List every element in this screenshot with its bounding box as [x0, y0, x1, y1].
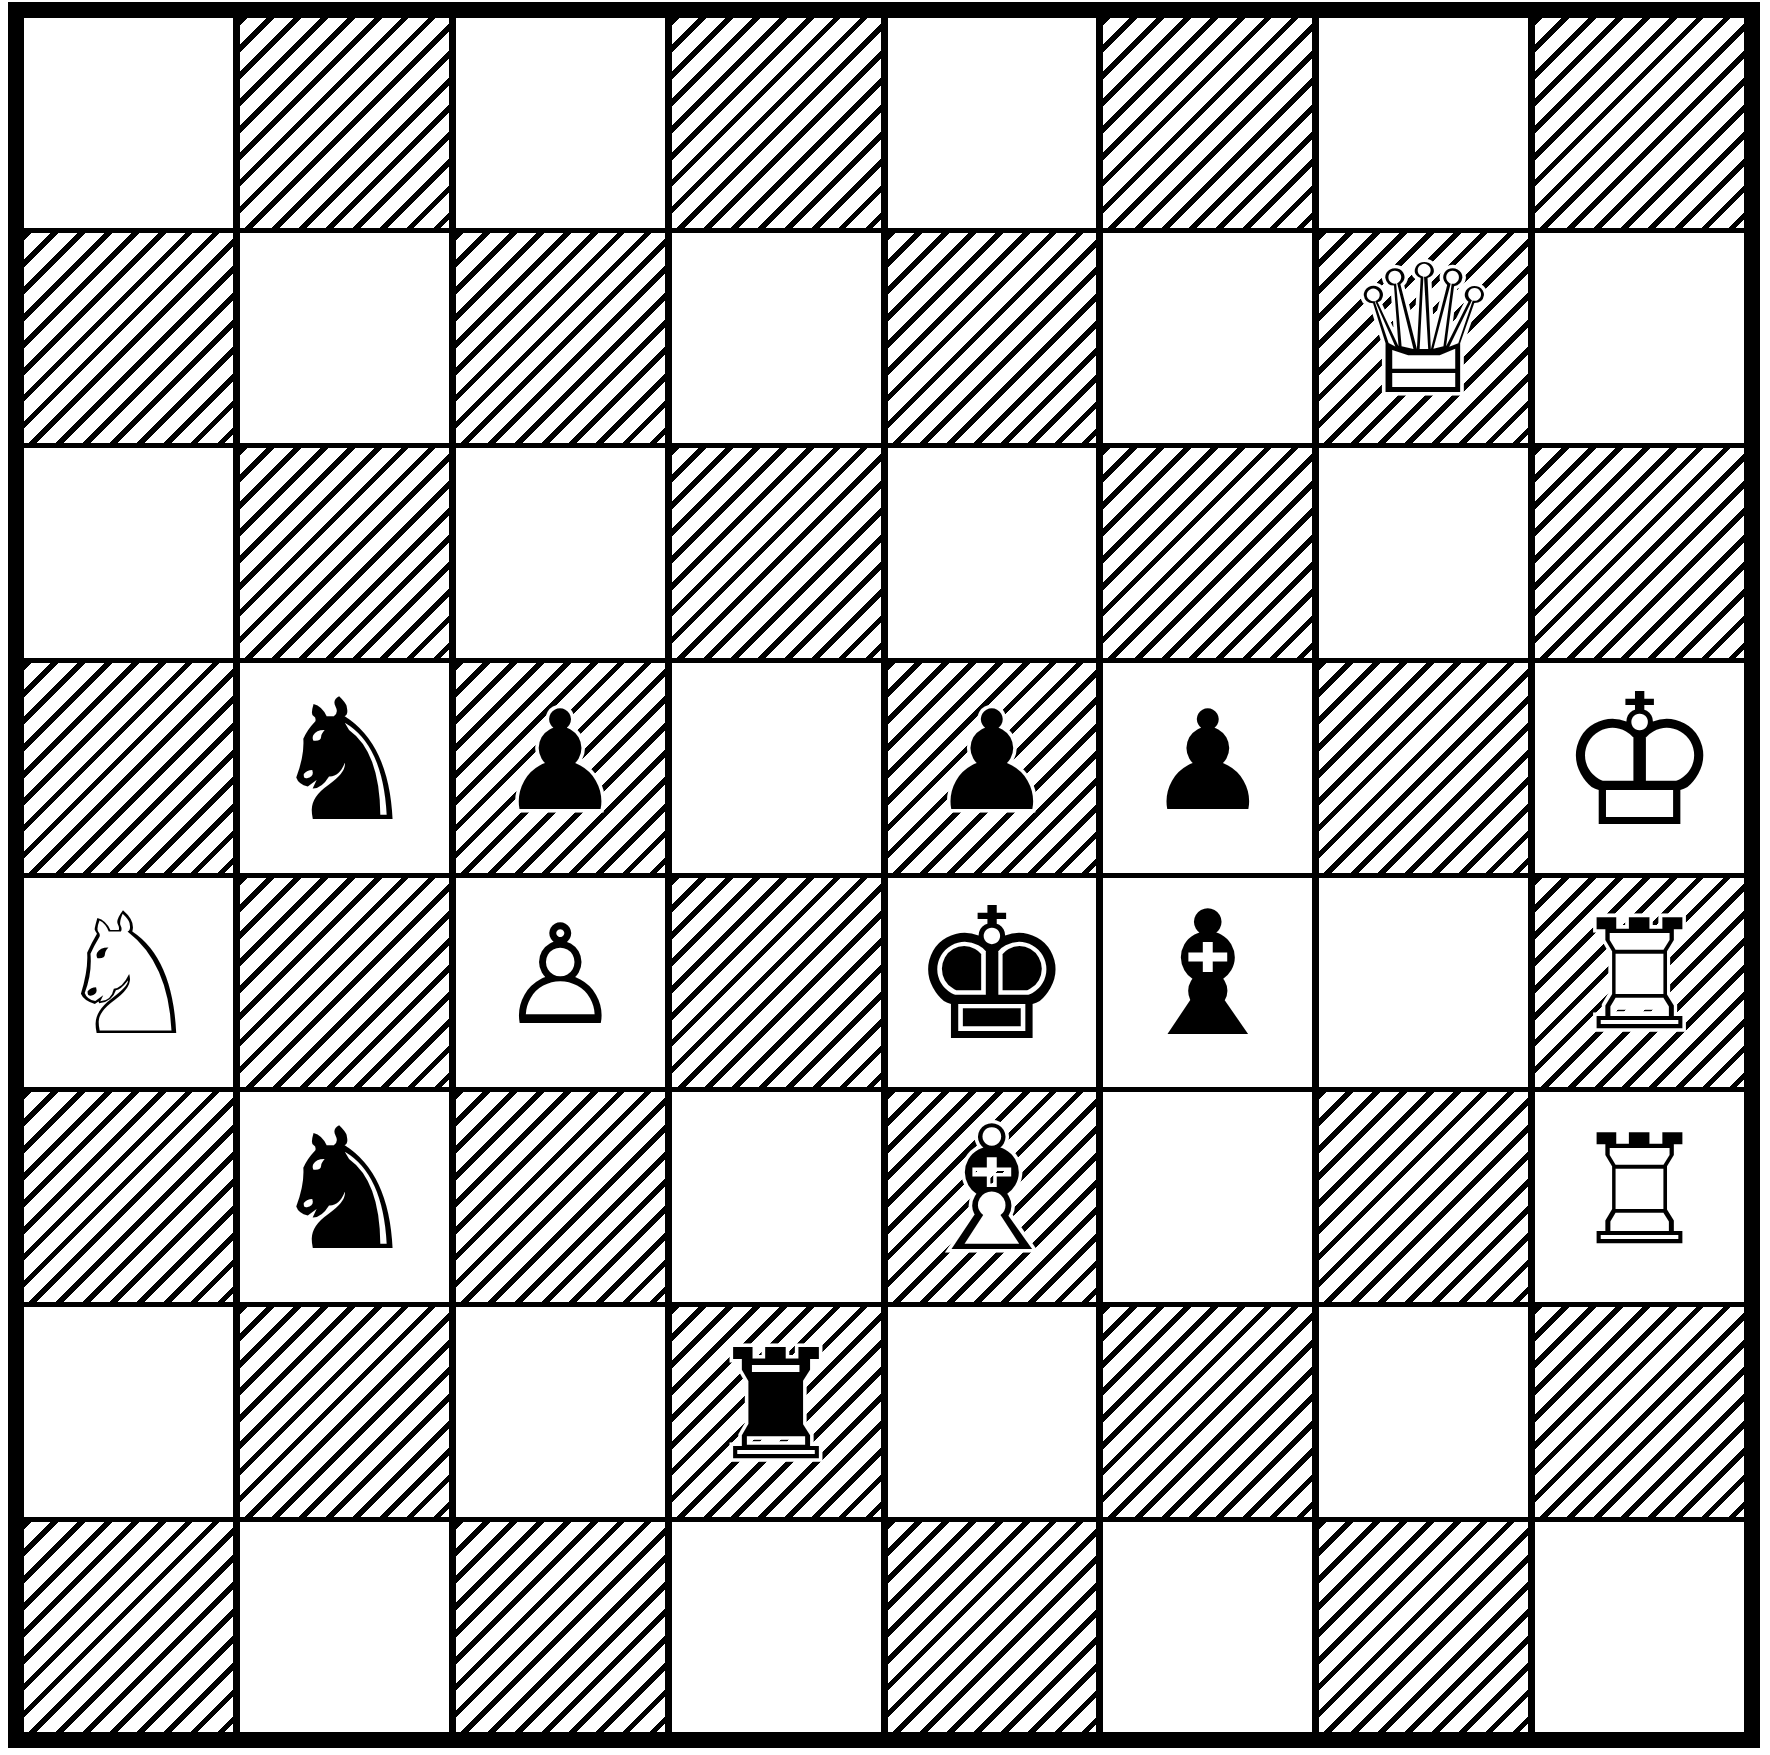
square-f6 — [1103, 448, 1312, 658]
square-a4: ♞♘ — [24, 878, 233, 1088]
square-c2 — [456, 1307, 665, 1517]
square-a7 — [24, 233, 233, 443]
black-knight-b5: ♞♞ — [240, 663, 449, 873]
square-f8 — [1103, 18, 1312, 228]
white-pawn-c4: ♟♙ — [456, 878, 665, 1088]
square-b5: ♞♞ — [240, 663, 449, 873]
square-a5 — [24, 663, 233, 873]
square-g7: ♛♕ — [1319, 233, 1528, 443]
black-king-e4: ♚♚ — [888, 878, 1097, 1088]
white-king-h5: ♚♔ — [1535, 663, 1744, 873]
square-h2 — [1535, 1307, 1744, 1517]
square-b1 — [240, 1522, 449, 1732]
square-c4: ♟♙ — [456, 878, 665, 1088]
piece-glyph: ♙ — [498, 908, 622, 1046]
black-rook-d2: ♜♜ — [672, 1307, 881, 1517]
piece-glyph: ♕ — [1344, 242, 1504, 420]
square-f1 — [1103, 1522, 1312, 1732]
square-e4: ♚♚ — [888, 878, 1097, 1088]
square-h5: ♚♔ — [1535, 663, 1744, 873]
white-queen-g7: ♛♕ — [1319, 233, 1528, 443]
square-f4: ♝♝ — [1103, 878, 1312, 1088]
square-b7 — [240, 233, 449, 443]
white-bishop-e3: ♝♗ — [888, 1092, 1097, 1302]
piece-glyph: ♟ — [498, 693, 622, 831]
square-e8 — [888, 18, 1097, 228]
white-rook-h3: ♜♖ — [1535, 1092, 1744, 1302]
square-b8 — [240, 18, 449, 228]
square-h1 — [1535, 1522, 1744, 1732]
square-b4 — [240, 878, 449, 1088]
square-c8 — [456, 18, 665, 228]
square-g1 — [1319, 1522, 1528, 1732]
square-f7 — [1103, 233, 1312, 443]
square-f3 — [1103, 1092, 1312, 1302]
square-e7 — [888, 233, 1097, 443]
square-h4: ♜♖ — [1535, 878, 1744, 1088]
piece-glyph: ♘ — [53, 892, 204, 1060]
square-f2 — [1103, 1307, 1312, 1517]
square-d1 — [672, 1522, 881, 1732]
square-b2 — [240, 1307, 449, 1517]
white-rook-h4: ♜♖ — [1535, 878, 1744, 1088]
square-a1 — [24, 1522, 233, 1732]
black-pawn-f5: ♟♟ — [1103, 663, 1312, 873]
black-knight-b3: ♞♞ — [240, 1092, 449, 1302]
square-e2 — [888, 1307, 1097, 1517]
piece-glyph: ♟ — [930, 693, 1054, 831]
square-h3: ♜♖ — [1535, 1092, 1744, 1302]
square-g2 — [1319, 1307, 1528, 1517]
piece-glyph: ♟ — [1146, 693, 1270, 831]
square-h7 — [1535, 233, 1744, 443]
square-d6 — [672, 448, 881, 658]
square-d2: ♜♜ — [672, 1307, 881, 1517]
piece-glyph: ♞ — [269, 1107, 420, 1275]
piece-glyph: ♔ — [1558, 669, 1721, 851]
square-b6 — [240, 448, 449, 658]
piece-glyph: ♜ — [708, 1330, 844, 1482]
square-g8 — [1319, 18, 1528, 228]
black-pawn-c5: ♟♟ — [456, 663, 665, 873]
square-d8 — [672, 18, 881, 228]
black-pawn-e5: ♟♟ — [888, 663, 1097, 873]
piece-glyph: ♖ — [1571, 1115, 1707, 1267]
square-d3 — [672, 1092, 881, 1302]
piece-glyph: ♞ — [269, 677, 420, 845]
square-b3: ♞♞ — [240, 1092, 449, 1302]
square-h6 — [1535, 448, 1744, 658]
square-c7 — [456, 233, 665, 443]
white-knight-a4: ♞♘ — [24, 878, 233, 1088]
square-a2 — [24, 1307, 233, 1517]
square-c6 — [456, 448, 665, 658]
square-h8 — [1535, 18, 1744, 228]
square-e1 — [888, 1522, 1097, 1732]
square-c5: ♟♟ — [456, 663, 665, 873]
black-bishop-f4: ♝♝ — [1103, 878, 1312, 1088]
piece-glyph: ♝ — [1131, 890, 1285, 1062]
square-c1 — [456, 1522, 665, 1732]
square-g3 — [1319, 1092, 1528, 1302]
square-d4 — [672, 878, 881, 1088]
square-g4 — [1319, 878, 1528, 1088]
square-g5 — [1319, 663, 1528, 873]
square-c3 — [456, 1092, 665, 1302]
square-e3: ♝♗ — [888, 1092, 1097, 1302]
square-d7 — [672, 233, 881, 443]
square-e6 — [888, 448, 1097, 658]
square-d5 — [672, 663, 881, 873]
square-f5: ♟♟ — [1103, 663, 1312, 873]
square-a6 — [24, 448, 233, 658]
piece-glyph: ♚ — [910, 884, 1073, 1066]
square-e5: ♟♟ — [888, 663, 1097, 873]
square-g6 — [1319, 448, 1528, 658]
piece-glyph: ♗ — [915, 1104, 1069, 1276]
piece-glyph: ♖ — [1571, 900, 1707, 1052]
square-a8 — [24, 18, 233, 228]
chess-board: ♛♕♞♞♟♟♟♟♟♟♚♔♞♘♟♙♚♚♝♝♜♖♞♞♝♗♜♖♜♜ — [8, 2, 1760, 1748]
chess-diagram-page: ♛♕♞♞♟♟♟♟♟♟♚♔♞♘♟♙♚♚♝♝♜♖♞♞♝♗♜♖♜♜ — [0, 0, 1770, 1755]
square-a3 — [24, 1092, 233, 1302]
